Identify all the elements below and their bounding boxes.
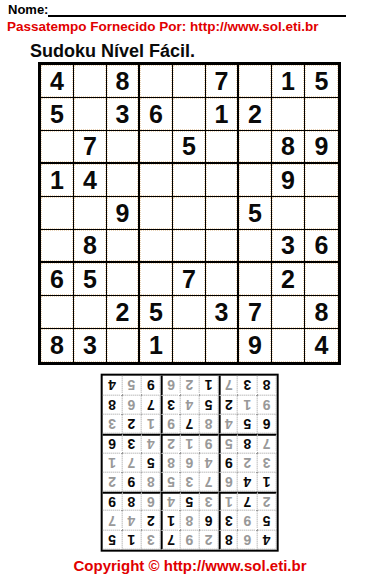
solution-cell-r7c5: 7 bbox=[180, 415, 199, 434]
puzzle-cell-r5c7[interactable]: 5 bbox=[239, 197, 272, 230]
name-blank-line[interactable] bbox=[48, 2, 346, 17]
page-title: Sudoku Nível Fácil. bbox=[30, 41, 195, 62]
solution-cell-r5c4: 4 bbox=[199, 453, 218, 472]
solution-cell-r3c8: 8 bbox=[122, 492, 141, 511]
puzzle-cell-r2c6[interactable]: 1 bbox=[206, 98, 239, 131]
puzzle-cell-r5c2[interactable] bbox=[74, 197, 107, 230]
puzzle-cell-r9c1[interactable]: 8 bbox=[41, 329, 74, 362]
solution-cell-r8c6: 3 bbox=[161, 395, 180, 414]
copyright-line: Copyright © http://www.sol.eti.br bbox=[0, 557, 380, 574]
puzzle-cell-r9c4[interactable]: 1 bbox=[140, 329, 173, 362]
solution-cell-r9c5: 2 bbox=[180, 376, 199, 395]
solution-cell-r6c7: 4 bbox=[142, 434, 161, 453]
name-label: Nome: bbox=[8, 2, 48, 17]
puzzle-cell-r1c6[interactable]: 7 bbox=[206, 65, 239, 98]
solution-cell-r9c6: 6 bbox=[161, 376, 180, 395]
name-row: Nome: bbox=[8, 2, 346, 17]
puzzle-cell-r5c8[interactable] bbox=[272, 197, 305, 230]
solution-cell-r7c3: 4 bbox=[219, 415, 238, 434]
puzzle-cell-r1c3[interactable]: 8 bbox=[107, 65, 140, 98]
puzzle-cell-r2c5[interactable] bbox=[173, 98, 206, 131]
puzzle-cell-r9c7[interactable]: 9 bbox=[239, 329, 272, 362]
solution-cell-r7c4: 8 bbox=[199, 415, 218, 434]
puzzle-cell-r2c7[interactable]: 2 bbox=[239, 98, 272, 131]
solution-cell-r3c7: 6 bbox=[142, 492, 161, 511]
solution-cell-r7c7: 1 bbox=[142, 415, 161, 434]
solution-cell-r6c9: 6 bbox=[103, 434, 122, 453]
puzzle-cell-r3c8[interactable]: 8 bbox=[272, 131, 305, 164]
puzzle-cell-r1c1[interactable]: 4 bbox=[41, 65, 74, 98]
solution-cell-r2c9: 7 bbox=[103, 511, 122, 530]
puzzle-cell-r7c1[interactable]: 6 bbox=[41, 263, 74, 296]
puzzle-cell-r8c2[interactable] bbox=[74, 296, 107, 329]
puzzle-cell-r4c5[interactable] bbox=[173, 164, 206, 197]
puzzle-cell-r8c7[interactable]: 7 bbox=[239, 296, 272, 329]
solution-cell-r7c9: 3 bbox=[103, 415, 122, 434]
puzzle-cell-r4c3[interactable] bbox=[107, 164, 140, 197]
solution-cell-r4c1: 1 bbox=[257, 472, 276, 491]
solution-cell-r2c1: 5 bbox=[257, 511, 276, 530]
puzzle-cell-r7c3[interactable] bbox=[107, 263, 140, 296]
solution-cell-r3c4: 3 bbox=[199, 492, 218, 511]
sudoku-board: 487155361275891499583665722537883194 bbox=[38, 62, 341, 365]
solution-cell-r7c6: 9 bbox=[161, 415, 180, 434]
solution-cell-r6c1: 7 bbox=[257, 434, 276, 453]
puzzle-cell-r4c9[interactable] bbox=[305, 164, 338, 197]
puzzle-cell-r1c9[interactable]: 5 bbox=[305, 65, 338, 98]
solution-cell-r8c4: 5 bbox=[199, 395, 218, 414]
puzzle-cell-r4c7[interactable] bbox=[239, 164, 272, 197]
solution-cell-r5c1: 3 bbox=[257, 453, 276, 472]
puzzle-cell-r3c5[interactable]: 5 bbox=[173, 131, 206, 164]
puzzle-cell-r3c4[interactable] bbox=[140, 131, 173, 164]
puzzle-cell-r1c5[interactable] bbox=[173, 65, 206, 98]
puzzle-cell-r2c1[interactable]: 5 bbox=[41, 98, 74, 131]
puzzle-cell-r5c1[interactable] bbox=[41, 197, 74, 230]
solution-cell-r4c5: 3 bbox=[180, 472, 199, 491]
puzzle-cell-r9c8[interactable] bbox=[272, 329, 305, 362]
puzzle-cell-r8c8[interactable] bbox=[272, 296, 305, 329]
solution-cell-r1c2: 6 bbox=[238, 530, 257, 549]
puzzle-cell-r7c4[interactable] bbox=[140, 263, 173, 296]
puzzle-cell-r5c6[interactable] bbox=[206, 197, 239, 230]
solution-cell-r3c5: 5 bbox=[180, 492, 199, 511]
solution-cell-r2c6: 1 bbox=[161, 511, 180, 530]
solution-cell-r7c8: 2 bbox=[122, 415, 141, 434]
puzzle-cell-r2c8[interactable] bbox=[272, 98, 305, 131]
solution-cell-r5c7: 5 bbox=[142, 453, 161, 472]
puzzle-cell-r2c9[interactable] bbox=[305, 98, 338, 131]
solution-cell-r7c2: 5 bbox=[238, 415, 257, 434]
puzzle-cell-r8c6[interactable]: 3 bbox=[206, 296, 239, 329]
puzzle-cell-r7c5[interactable]: 7 bbox=[173, 263, 206, 296]
solution-cell-r7c1: 6 bbox=[257, 415, 276, 434]
puzzle-cell-r2c4[interactable]: 6 bbox=[140, 98, 173, 131]
provider-line: Passatempo Fornecido Por: http://www.sol… bbox=[7, 19, 319, 34]
solution-cell-r3c6: 4 bbox=[161, 492, 180, 511]
puzzle-cell-r7c2[interactable]: 5 bbox=[74, 263, 107, 296]
puzzle-cell-r1c4[interactable] bbox=[140, 65, 173, 98]
solution-cell-r8c9: 8 bbox=[103, 395, 122, 414]
solution-cell-r4c4: 7 bbox=[199, 472, 218, 491]
solution-cell-r5c9: 1 bbox=[103, 453, 122, 472]
solution-cell-r2c4: 6 bbox=[199, 511, 218, 530]
solution-cell-r8c5: 4 bbox=[180, 395, 199, 414]
solution-cell-r3c3: 1 bbox=[219, 492, 238, 511]
puzzle-cell-r5c5[interactable] bbox=[173, 197, 206, 230]
puzzle-cell-r1c8[interactable]: 1 bbox=[272, 65, 305, 98]
solution-cell-r5c8: 7 bbox=[122, 453, 141, 472]
puzzle-cell-r7c7[interactable] bbox=[239, 263, 272, 296]
puzzle-cell-r9c3[interactable] bbox=[107, 329, 140, 362]
solution-cell-r9c1: 8 bbox=[257, 376, 276, 395]
puzzle-cell-r8c9[interactable]: 8 bbox=[305, 296, 338, 329]
puzzle-cell-r6c1[interactable] bbox=[41, 230, 74, 263]
puzzle-cell-r1c7[interactable] bbox=[239, 65, 272, 98]
solution-cell-r1c3: 8 bbox=[219, 530, 238, 549]
puzzle-cell-r6c3[interactable] bbox=[107, 230, 140, 263]
solution-cell-r3c9: 9 bbox=[103, 492, 122, 511]
solution-cell-r6c3: 5 bbox=[219, 434, 238, 453]
puzzle-cell-r8c4[interactable]: 5 bbox=[140, 296, 173, 329]
puzzle-cell-r5c3[interactable]: 9 bbox=[107, 197, 140, 230]
puzzle-cell-r6c2[interactable]: 8 bbox=[74, 230, 107, 263]
puzzle-cell-r6c9[interactable]: 6 bbox=[305, 230, 338, 263]
puzzle-cell-r3c3[interactable] bbox=[107, 131, 140, 164]
solution-cell-r8c2: 1 bbox=[238, 395, 257, 414]
solution-cell-r9c2: 3 bbox=[238, 376, 257, 395]
puzzle-cell-r8c3[interactable]: 2 bbox=[107, 296, 140, 329]
solution-cell-r4c9: 2 bbox=[103, 472, 122, 491]
solution-cell-r2c2: 9 bbox=[238, 511, 257, 530]
solution-cell-r2c5: 8 bbox=[180, 511, 199, 530]
puzzle-cell-r3c1[interactable] bbox=[41, 131, 74, 164]
solution-cell-r5c2: 2 bbox=[238, 453, 257, 472]
solution-cell-r2c8: 4 bbox=[122, 511, 141, 530]
puzzle-cell-r4c6[interactable] bbox=[206, 164, 239, 197]
puzzle-cell-r9c9[interactable]: 4 bbox=[305, 329, 338, 362]
solution-cell-r4c3: 6 bbox=[219, 472, 238, 491]
solution-cell-r4c7: 8 bbox=[142, 472, 161, 491]
solution-cell-r6c4: 9 bbox=[199, 434, 218, 453]
solution-cell-r9c9: 4 bbox=[103, 376, 122, 395]
solution-cell-r1c9: 5 bbox=[103, 530, 122, 549]
puzzle-cell-r3c6[interactable] bbox=[206, 131, 239, 164]
puzzle-cell-r9c6[interactable] bbox=[206, 329, 239, 362]
solution-cell-r2c3: 3 bbox=[219, 511, 238, 530]
puzzle-cell-r4c1[interactable]: 1 bbox=[41, 164, 74, 197]
solution-cell-r9c8: 5 bbox=[122, 376, 141, 395]
solution-cell-r5c6: 8 bbox=[161, 453, 180, 472]
solution-cell-r1c1: 4 bbox=[257, 530, 276, 549]
solution-cell-r1c8: 1 bbox=[122, 530, 141, 549]
solution-cell-r8c3: 2 bbox=[219, 395, 238, 414]
puzzle-cell-r2c2[interactable] bbox=[74, 98, 107, 131]
solution-cell-r5c3: 9 bbox=[219, 453, 238, 472]
solution-cell-r5c5: 6 bbox=[180, 453, 199, 472]
solution-cell-r2c7: 2 bbox=[142, 511, 161, 530]
puzzle-cell-r4c4[interactable] bbox=[140, 164, 173, 197]
solution-cell-r8c7: 7 bbox=[142, 395, 161, 414]
puzzle-cell-r6c4[interactable] bbox=[140, 230, 173, 263]
puzzle-cell-r4c2[interactable]: 4 bbox=[74, 164, 107, 197]
solution-cell-r1c4: 2 bbox=[199, 530, 218, 549]
puzzle-cell-r6c5[interactable] bbox=[173, 230, 206, 263]
solution-cell-r3c2: 7 bbox=[238, 492, 257, 511]
sudoku-puzzle-page: Nome: Passatempo Fornecido Por: http://w… bbox=[0, 0, 380, 585]
puzzle-cell-r7c8[interactable]: 2 bbox=[272, 263, 305, 296]
puzzle-cell-r3c9[interactable]: 9 bbox=[305, 131, 338, 164]
puzzle-cell-r9c2[interactable]: 3 bbox=[74, 329, 107, 362]
puzzle-cell-r5c4[interactable] bbox=[140, 197, 173, 230]
puzzle-cell-r7c9[interactable] bbox=[305, 263, 338, 296]
solution-cell-r6c6: 2 bbox=[161, 434, 180, 453]
solution-cell-r4c6: 5 bbox=[161, 472, 180, 491]
solution-cell-r6c2: 8 bbox=[238, 434, 257, 453]
puzzle-cell-r6c8[interactable]: 3 bbox=[272, 230, 305, 263]
solution-cell-r4c2: 4 bbox=[238, 472, 257, 491]
solution-cell-r3c1: 2 bbox=[257, 492, 276, 511]
puzzle-cell-r6c7[interactable] bbox=[239, 230, 272, 263]
solution-cell-r9c7: 9 bbox=[142, 376, 161, 395]
puzzle-cell-r9c5[interactable] bbox=[173, 329, 206, 362]
solution-cell-r1c7: 3 bbox=[142, 530, 161, 549]
solution-cell-r4c8: 9 bbox=[122, 472, 141, 491]
puzzle-cell-r8c1[interactable] bbox=[41, 296, 74, 329]
solution-cell-r1c5: 9 bbox=[180, 530, 199, 549]
puzzle-cell-r1c2[interactable] bbox=[74, 65, 107, 98]
solution-cell-r8c8: 6 bbox=[122, 395, 141, 414]
solution-cell-r8c1: 9 bbox=[257, 395, 276, 414]
puzzle-cell-r5c9[interactable] bbox=[305, 197, 338, 230]
puzzle-cell-r7c6[interactable] bbox=[206, 263, 239, 296]
solution-board-rotated: 4682973155936812472713546891467358923294… bbox=[101, 374, 279, 552]
puzzle-cell-r3c2[interactable]: 7 bbox=[74, 131, 107, 164]
puzzle-cell-r2c3[interactable]: 3 bbox=[107, 98, 140, 131]
solution-cell-r6c5: 1 bbox=[180, 434, 199, 453]
solution-cell-r1c6: 7 bbox=[161, 530, 180, 549]
puzzle-cell-r8c5[interactable] bbox=[173, 296, 206, 329]
puzzle-cell-r3c7[interactable] bbox=[239, 131, 272, 164]
solution-cell-r9c3: 7 bbox=[219, 376, 238, 395]
puzzle-cell-r4c8[interactable]: 9 bbox=[272, 164, 305, 197]
solution-cell-r6c8: 3 bbox=[122, 434, 141, 453]
puzzle-cell-r6c6[interactable] bbox=[206, 230, 239, 263]
solution-cell-r9c4: 1 bbox=[199, 376, 218, 395]
